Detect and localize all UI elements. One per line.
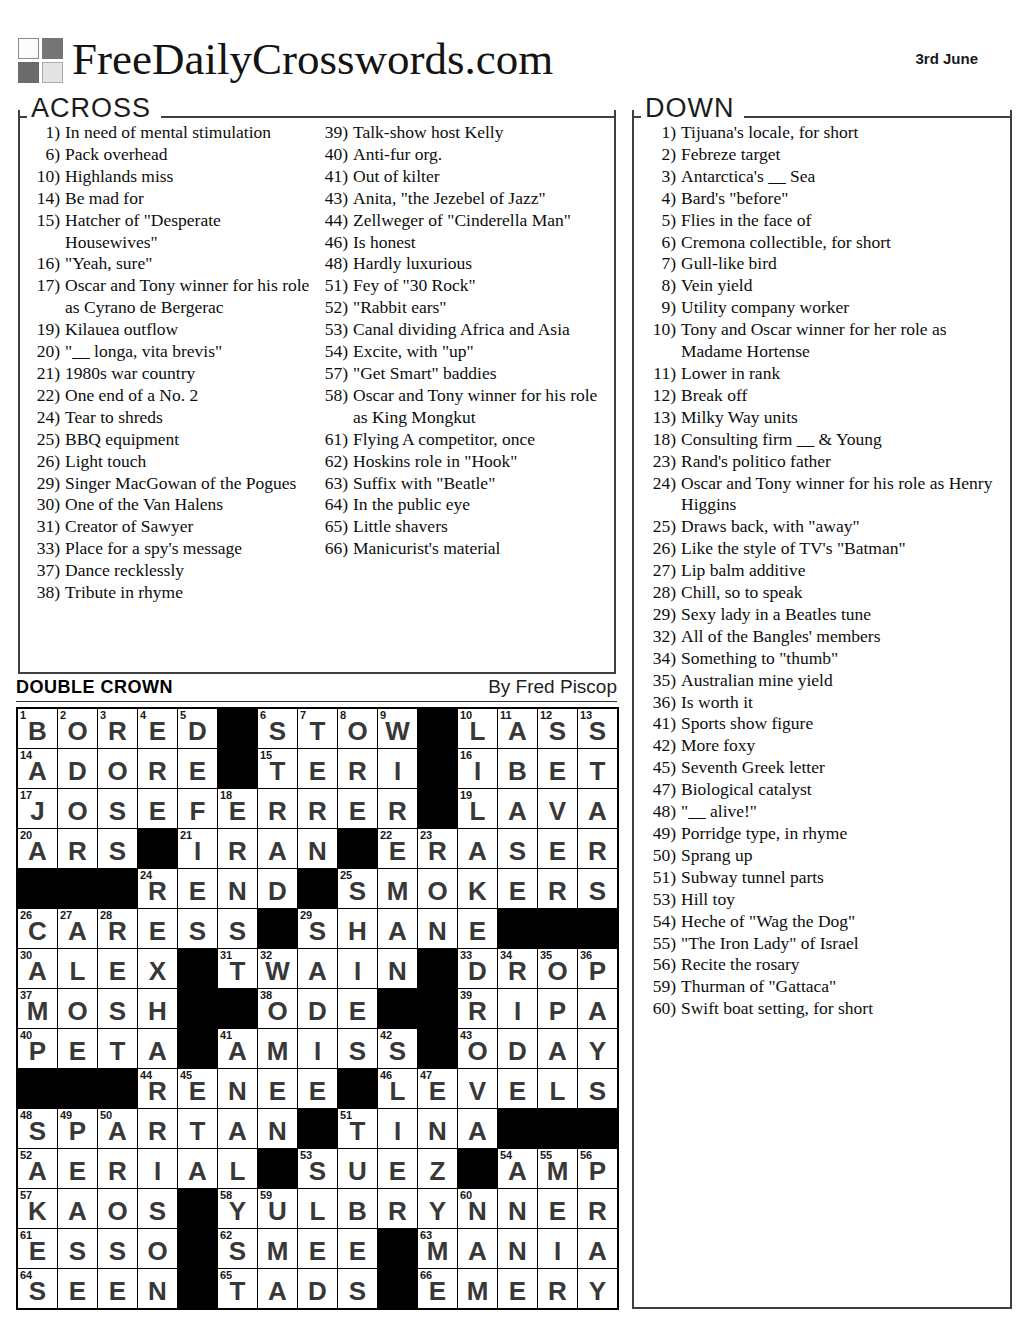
cell-letter: A — [228, 1116, 247, 1148]
clue-number: 17) — [28, 275, 60, 319]
cell-number: 12 — [540, 709, 552, 721]
grid-cell[interactable]: 21I — [178, 829, 217, 868]
grid-cell[interactable]: 25S — [338, 869, 377, 908]
grid-cell[interactable]: E — [58, 1269, 97, 1308]
cell-number: 29 — [300, 909, 312, 921]
grid-cell[interactable]: E — [178, 749, 217, 788]
grid-cell[interactable]: V — [458, 1069, 497, 1108]
grid-cell[interactable]: E — [98, 949, 137, 988]
grid-cell[interactable]: 66E — [418, 1269, 457, 1308]
clue-item: 34)Something to "thumb" — [644, 648, 1006, 670]
grid-cell[interactable]: 13S — [578, 709, 617, 748]
grid-cell[interactable]: M — [258, 1029, 297, 1068]
clue-item: 40)Anti-fur org. — [316, 144, 606, 166]
grid-cell-black — [178, 1269, 217, 1308]
grid-cell[interactable]: E — [498, 1069, 537, 1108]
clue-number: 37) — [28, 560, 60, 582]
grid-cell[interactable]: E — [298, 749, 337, 788]
grid-cell[interactable]: 63M — [418, 1229, 457, 1268]
grid-cell[interactable]: 8O — [338, 709, 377, 748]
clue-item: 25)Draws back, with "away" — [644, 516, 1006, 538]
grid-cell[interactable]: K — [458, 869, 497, 908]
grid-cell[interactable]: 58Y — [218, 1189, 257, 1228]
cell-number: 27 — [60, 909, 72, 921]
grid-cell[interactable]: 9W — [378, 709, 417, 748]
grid-cell[interactable]: N — [498, 1189, 537, 1228]
grid-cell[interactable]: A — [218, 1109, 257, 1148]
grid-cell[interactable]: V — [538, 789, 577, 828]
grid-cell[interactable]: 28R — [98, 909, 137, 948]
grid-cell[interactable]: 59U — [258, 1189, 297, 1228]
grid-cell[interactable]: N — [298, 829, 337, 868]
clue-text: Anti-fur org. — [353, 144, 606, 166]
grid-cell[interactable]: E — [498, 869, 537, 908]
grid-cell[interactable]: R — [138, 749, 177, 788]
clue-text: Something to "thumb" — [681, 648, 1006, 670]
cell-letter: B — [348, 1196, 367, 1228]
grid-cell[interactable]: E — [138, 789, 177, 828]
grid-cell[interactable]: N — [418, 1109, 457, 1148]
grid-cell[interactable]: I — [538, 1229, 577, 1268]
grid-cell[interactable]: S — [98, 829, 137, 868]
clue-text: Australian mine yield — [681, 670, 1006, 692]
cell-number: 19 — [460, 789, 472, 801]
grid-cell[interactable]: 51T — [338, 1109, 377, 1148]
grid-cell[interactable]: N — [218, 869, 257, 908]
grid-cell[interactable]: T — [578, 749, 617, 788]
grid-cell[interactable]: 15T — [258, 749, 297, 788]
grid-cell[interactable]: X — [138, 949, 177, 988]
grid-cell[interactable]: H — [138, 989, 177, 1028]
cell-letter: D — [508, 1036, 527, 1068]
grid-cell[interactable]: N — [498, 1229, 537, 1268]
cell-number: 55 — [540, 1149, 552, 1161]
grid-cell[interactable]: 45E — [178, 1069, 217, 1108]
grid-cell[interactable]: 5D — [178, 709, 217, 748]
grid-cell[interactable]: L — [58, 949, 97, 988]
cell-letter: R — [108, 716, 127, 748]
cell-letter: S — [589, 1076, 606, 1108]
grid-cell[interactable]: E — [298, 1069, 337, 1108]
grid-cell[interactable]: I — [378, 749, 417, 788]
grid-cell[interactable]: 54A — [498, 1149, 537, 1188]
grid-cell[interactable]: S — [338, 1269, 377, 1308]
clue-item: 11)Lower in rank — [644, 363, 1006, 385]
clue-text: Dance recklessly — [65, 560, 316, 582]
grid-cell[interactable]: S — [218, 909, 257, 948]
grid-cell[interactable]: 41A — [218, 1029, 257, 1068]
grid-cell[interactable]: 40P — [18, 1029, 57, 1068]
grid-cell[interactable]: 46L — [378, 1069, 417, 1108]
clue-item: 26)Like the style of TV's "Batman" — [644, 538, 1006, 560]
clue-item: 57)"Get Smart" baddies — [316, 363, 606, 385]
grid-cell[interactable]: 11A — [498, 709, 537, 748]
grid-cell[interactable]: 61E — [18, 1229, 57, 1268]
grid-cell[interactable]: B — [498, 749, 537, 788]
clue-item: 14)Be mad for — [28, 188, 316, 210]
grid-cell[interactable]: 42S — [378, 1029, 417, 1068]
grid-cell[interactable]: A — [298, 949, 337, 988]
grid-cell[interactable]: R — [98, 1149, 137, 1188]
cell-number: 1 — [20, 709, 26, 721]
clue-text: Flies in the face of — [681, 210, 1006, 232]
grid-cell[interactable]: 57K — [18, 1189, 57, 1228]
grid-cell[interactable]: O — [418, 869, 457, 908]
clue-number: 53) — [644, 889, 676, 911]
grid-cell[interactable]: 53S — [298, 1149, 337, 1188]
grid-cell[interactable]: 39R — [458, 989, 497, 1028]
grid-cell[interactable]: I — [298, 1029, 337, 1068]
cell-letter: I — [514, 996, 521, 1028]
cell-letter: E — [549, 756, 566, 788]
cell-number: 65 — [220, 1269, 232, 1281]
grid-cell[interactable]: M — [458, 1269, 497, 1308]
grid-cell[interactable]: A — [458, 1229, 497, 1268]
clue-item: 3)Antarctica's __ Sea — [644, 166, 1006, 188]
grid-cell[interactable]: 50A — [98, 1109, 137, 1148]
clue-text: Fey of "30 Rock" — [353, 275, 606, 297]
cell-number: 24 — [140, 869, 152, 881]
clue-text: Flying A competitor, once — [353, 429, 606, 451]
cell-number: 13 — [580, 709, 592, 721]
grid-cell[interactable]: 38O — [258, 989, 297, 1028]
cell-letter: A — [468, 1236, 487, 1268]
grid-cell[interactable]: 55M — [538, 1149, 577, 1188]
clue-item: 31)Creator of Sawyer — [28, 516, 316, 538]
grid-cell[interactable]: Z — [418, 1149, 457, 1188]
clue-number: 16) — [28, 253, 60, 275]
grid-cell[interactable]: E — [378, 1149, 417, 1188]
grid-cell[interactable]: 14A — [18, 749, 57, 788]
grid-cell[interactable]: 27A — [58, 909, 97, 948]
grid-cell[interactable]: B — [338, 1189, 377, 1228]
grid-cell[interactable]: 44R — [138, 1069, 177, 1108]
grid-cell[interactable]: 3R — [98, 709, 137, 748]
grid-cell[interactable]: E — [338, 989, 377, 1028]
clue-number: 54) — [644, 911, 676, 933]
grid-cell[interactable]: M — [378, 869, 417, 908]
grid-cell[interactable]: S — [98, 789, 137, 828]
puzzle-header: DOUBLE CROWN By Fred Piscop — [16, 676, 617, 702]
cell-letter: R — [148, 756, 167, 788]
grid-cell[interactable]: 35O — [538, 949, 577, 988]
grid-cell-black — [178, 1189, 217, 1228]
cell-letter: S — [109, 836, 126, 868]
cell-letter: E — [149, 716, 166, 748]
grid-cell[interactable]: 31T — [218, 949, 257, 988]
clue-item: 16)"Yeah, sure" — [28, 253, 316, 275]
clue-item: 59)Thurman of "Gattaca" — [644, 976, 1006, 998]
clue-text: Draws back, with "away" — [681, 516, 1006, 538]
grid-cell[interactable]: 30A — [18, 949, 57, 988]
grid-cell[interactable]: A — [578, 989, 617, 1028]
grid-cell[interactable]: 6S — [258, 709, 297, 748]
cell-letter: S — [109, 796, 126, 828]
cell-letter: A — [548, 1036, 567, 1068]
cell-letter: R — [388, 796, 407, 828]
grid-cell[interactable]: D — [258, 869, 297, 908]
grid-cell[interactable]: E — [98, 1269, 137, 1308]
grid-cell[interactable]: O — [98, 749, 137, 788]
cell-letter: N — [308, 836, 327, 868]
clue-number: 53) — [316, 319, 348, 341]
grid-cell[interactable]: 10L — [458, 709, 497, 748]
grid-cell-black — [18, 869, 57, 908]
across-clues-column-2: 39)Talk-show host Kelly40)Anti-fur org.4… — [316, 122, 606, 604]
clue-number: 46) — [316, 232, 348, 254]
cell-letter: A — [468, 836, 487, 868]
clue-number: 62) — [316, 451, 348, 473]
grid-cell[interactable]: 4E — [138, 709, 177, 748]
grid-cell[interactable]: A — [458, 829, 497, 868]
cell-letter: E — [389, 1156, 406, 1188]
grid-cell-black — [578, 1109, 617, 1148]
grid-cell[interactable]: Y — [578, 1029, 617, 1068]
clue-item: 37)Dance recklessly — [28, 560, 316, 582]
grid-cell[interactable]: 12S — [538, 709, 577, 748]
grid-cell[interactable]: E — [338, 789, 377, 828]
clue-item: 47)Biological catalyst — [644, 779, 1006, 801]
grid-cell[interactable]: 7T — [298, 709, 337, 748]
grid-cell[interactable]: N — [138, 1269, 177, 1308]
grid-cell[interactable]: 26C — [18, 909, 57, 948]
cell-number: 8 — [340, 709, 346, 721]
grid-cell[interactable]: R — [258, 789, 297, 828]
grid-cell[interactable]: S — [178, 909, 217, 948]
grid-cell[interactable]: D — [58, 749, 97, 788]
grid-cell[interactable]: E — [138, 909, 177, 948]
grid-cell[interactable]: 64S — [18, 1269, 57, 1308]
cell-letter: F — [190, 796, 206, 828]
grid-cell[interactable]: R — [538, 869, 577, 908]
clue-number: 57) — [316, 363, 348, 385]
grid-cell[interactable]: A — [578, 1229, 617, 1268]
logo-square — [42, 38, 63, 59]
grid-cell[interactable]: E — [258, 1069, 297, 1108]
grid-cell[interactable]: I — [498, 989, 537, 1028]
grid-cell[interactable]: 1B — [18, 709, 57, 748]
grid-cell[interactable]: 60N — [458, 1189, 497, 1228]
grid-cell[interactable]: A — [58, 1189, 97, 1228]
cell-letter: L — [230, 1156, 246, 1188]
cell-letter: E — [149, 796, 166, 828]
grid-cell[interactable]: O — [58, 989, 97, 1028]
grid-cell-black — [538, 1109, 577, 1148]
clue-number: 60) — [644, 998, 676, 1020]
grid-cell[interactable]: S — [138, 1189, 177, 1228]
grid-cell[interactable]: O — [138, 1229, 177, 1268]
grid-cell[interactable]: N — [218, 1069, 257, 1108]
grid-cell[interactable]: R — [538, 1269, 577, 1308]
grid-cell[interactable]: E — [498, 1269, 537, 1308]
grid-cell[interactable]: R — [338, 749, 377, 788]
clue-number: 30) — [28, 494, 60, 516]
grid-cell[interactable]: S — [98, 989, 137, 1028]
grid-cell[interactable]: R — [138, 1109, 177, 1148]
grid-cell[interactable]: 24R — [138, 869, 177, 908]
cell-letter: N — [388, 956, 407, 988]
cell-number: 4 — [140, 709, 146, 721]
clue-number: 11) — [644, 363, 676, 385]
grid-cell[interactable]: 33D — [458, 949, 497, 988]
cell-letter: E — [309, 1236, 326, 1268]
grid-cell[interactable]: R — [58, 829, 97, 868]
grid-cell[interactable]: 17J — [18, 789, 57, 828]
cell-letter: O — [347, 716, 367, 748]
grid-cell[interactable]: 16I — [458, 749, 497, 788]
grid-cell-black — [498, 1109, 537, 1148]
clue-item: 33)Place for a spy's message — [28, 538, 316, 560]
clue-text: Singer MacGowan of the Pogues — [65, 473, 316, 495]
grid-cell[interactable]: R — [578, 1189, 617, 1228]
grid-cell[interactable]: S — [578, 1069, 617, 1108]
grid-cell[interactable]: I — [338, 949, 377, 988]
grid-cell[interactable]: 29S — [298, 909, 337, 948]
clue-text: Tijuana's locale, for short — [681, 122, 1006, 144]
cell-letter: E — [149, 916, 166, 948]
grid-cell[interactable]: A — [258, 1269, 297, 1308]
grid-cell[interactable]: T — [178, 1109, 217, 1148]
grid-cell[interactable]: 52A — [18, 1149, 57, 1188]
cell-number: 25 — [340, 869, 352, 881]
grid-cell[interactable]: E — [178, 869, 217, 908]
cell-number: 40 — [20, 1029, 32, 1041]
cell-number: 39 — [460, 989, 472, 1001]
grid-cell[interactable]: S — [98, 1229, 137, 1268]
grid-cell[interactable]: 36P — [578, 949, 617, 988]
clue-text: Milky Way units — [681, 407, 1006, 429]
grid-cell[interactable]: A — [578, 789, 617, 828]
grid-cell[interactable]: 65T — [218, 1269, 257, 1308]
grid-cell[interactable]: 19L — [458, 789, 497, 828]
clue-text: Sexy lady in a Beatles tune — [681, 604, 1006, 626]
grid-cell[interactable]: A — [458, 1109, 497, 1148]
grid-cell[interactable]: O — [58, 789, 97, 828]
cell-number: 38 — [260, 989, 272, 1001]
grid-cell[interactable]: N — [378, 949, 417, 988]
grid-cell[interactable]: 34R — [498, 949, 537, 988]
clue-text: Lip balm additive — [681, 560, 1006, 582]
grid-cell[interactable]: U — [338, 1149, 377, 1188]
grid-cell[interactable]: 56P — [578, 1149, 617, 1188]
grid-cell[interactable]: H — [338, 909, 377, 948]
grid-cell[interactable]: 32W — [258, 949, 297, 988]
grid-cell[interactable]: E — [538, 1189, 577, 1228]
grid-cell[interactable]: A — [498, 789, 537, 828]
cell-letter: Y — [589, 1276, 606, 1308]
grid-cell[interactable]: R — [298, 789, 337, 828]
grid-cell[interactable]: P — [538, 989, 577, 1028]
grid-cell[interactable]: 43O — [458, 1029, 497, 1068]
grid-cell[interactable]: E — [298, 1229, 337, 1268]
grid-cell[interactable]: 2O — [58, 709, 97, 748]
grid-cell[interactable]: L — [538, 1069, 577, 1108]
cell-letter: R — [68, 836, 87, 868]
clue-text: Little shavers — [353, 516, 606, 538]
grid-cell[interactable]: F — [178, 789, 217, 828]
clue-item: 54)Heche of "Wag the Dog" — [644, 911, 1006, 933]
grid-cell[interactable]: E — [58, 1149, 97, 1188]
clue-item: 46)Is honest — [316, 232, 606, 254]
cell-letter: S — [109, 996, 126, 1028]
grid-cell[interactable]: 48S — [18, 1109, 57, 1148]
grid-cell[interactable]: D — [298, 1269, 337, 1308]
grid-cell[interactable]: R — [378, 789, 417, 828]
grid-cell[interactable]: 20A — [18, 829, 57, 868]
grid-cell[interactable]: Y — [578, 1269, 617, 1308]
grid-cell[interactable]: 22E — [378, 829, 417, 868]
grid-cell[interactable]: N — [258, 1109, 297, 1148]
grid-cell[interactable]: E — [458, 909, 497, 948]
grid-cell[interactable]: S — [58, 1229, 97, 1268]
clue-number: 58) — [316, 385, 348, 429]
grid-cell[interactable]: Y — [418, 1189, 457, 1228]
across-label: ACROSS — [27, 93, 161, 124]
clue-text: One of the Van Halens — [65, 494, 316, 516]
grid-cell[interactable]: 62S — [218, 1229, 257, 1268]
cell-letter: S — [509, 836, 526, 868]
cell-letter: V — [469, 1076, 486, 1108]
grid-cell-black — [338, 1069, 377, 1108]
grid-cell[interactable]: A — [258, 829, 297, 868]
grid-cell[interactable]: E — [338, 1229, 377, 1268]
grid-cell[interactable]: T — [98, 1029, 137, 1068]
clue-item: 23)Rand's politico father — [644, 451, 1006, 473]
grid-cell[interactable]: 37M — [18, 989, 57, 1028]
clue-item: 6)Pack overhead — [28, 144, 316, 166]
grid-cell[interactable]: D — [498, 1029, 537, 1068]
grid-cell[interactable]: S — [578, 869, 617, 908]
clue-item: 62)Hoskins role in "Hook" — [316, 451, 606, 473]
grid-cell[interactable]: E — [538, 829, 577, 868]
grid-cell[interactable]: D — [298, 989, 337, 1028]
grid-cell[interactable]: I — [138, 1149, 177, 1188]
grid-cell[interactable]: A — [538, 1029, 577, 1068]
cell-letter: O — [67, 996, 87, 1028]
across-header: ACROSS — [18, 93, 616, 124]
grid-cell[interactable]: R — [218, 829, 257, 868]
clue-number: 59) — [644, 976, 676, 998]
clue-text: Is worth it — [681, 692, 1006, 714]
grid-cell[interactable]: L — [298, 1189, 337, 1228]
clue-text: Suffix with "Beatle" — [353, 473, 606, 495]
grid-cell[interactable]: N — [418, 909, 457, 948]
grid-cell[interactable]: M — [258, 1229, 297, 1268]
grid-cell[interactable]: 49P — [58, 1109, 97, 1148]
grid-cell[interactable]: A — [378, 909, 417, 948]
cell-number: 9 — [380, 709, 386, 721]
clue-text: Hardly luxurious — [353, 253, 606, 275]
grid-cell[interactable]: E — [58, 1029, 97, 1068]
grid-cell[interactable]: 47E — [418, 1069, 457, 1108]
grid-cell[interactable]: L — [218, 1149, 257, 1188]
clue-number: 61) — [316, 429, 348, 451]
grid-cell[interactable]: A — [138, 1029, 177, 1068]
grid-cell[interactable]: 18E — [218, 789, 257, 828]
grid-cell[interactable]: 23R — [418, 829, 457, 868]
grid-cell[interactable]: I — [378, 1109, 417, 1148]
grid-cell[interactable]: A — [178, 1149, 217, 1188]
clue-item: 12)Break off — [644, 385, 1006, 407]
grid-cell[interactable]: O — [98, 1189, 137, 1228]
clue-text: Utility company worker — [681, 297, 1006, 319]
grid-cell[interactable]: S — [498, 829, 537, 868]
cell-number: 14 — [20, 749, 32, 761]
grid-cell[interactable]: R — [578, 829, 617, 868]
grid-cell[interactable]: R — [378, 1189, 417, 1228]
grid-cell[interactable]: S — [338, 1029, 377, 1068]
grid-cell[interactable]: E — [538, 749, 577, 788]
